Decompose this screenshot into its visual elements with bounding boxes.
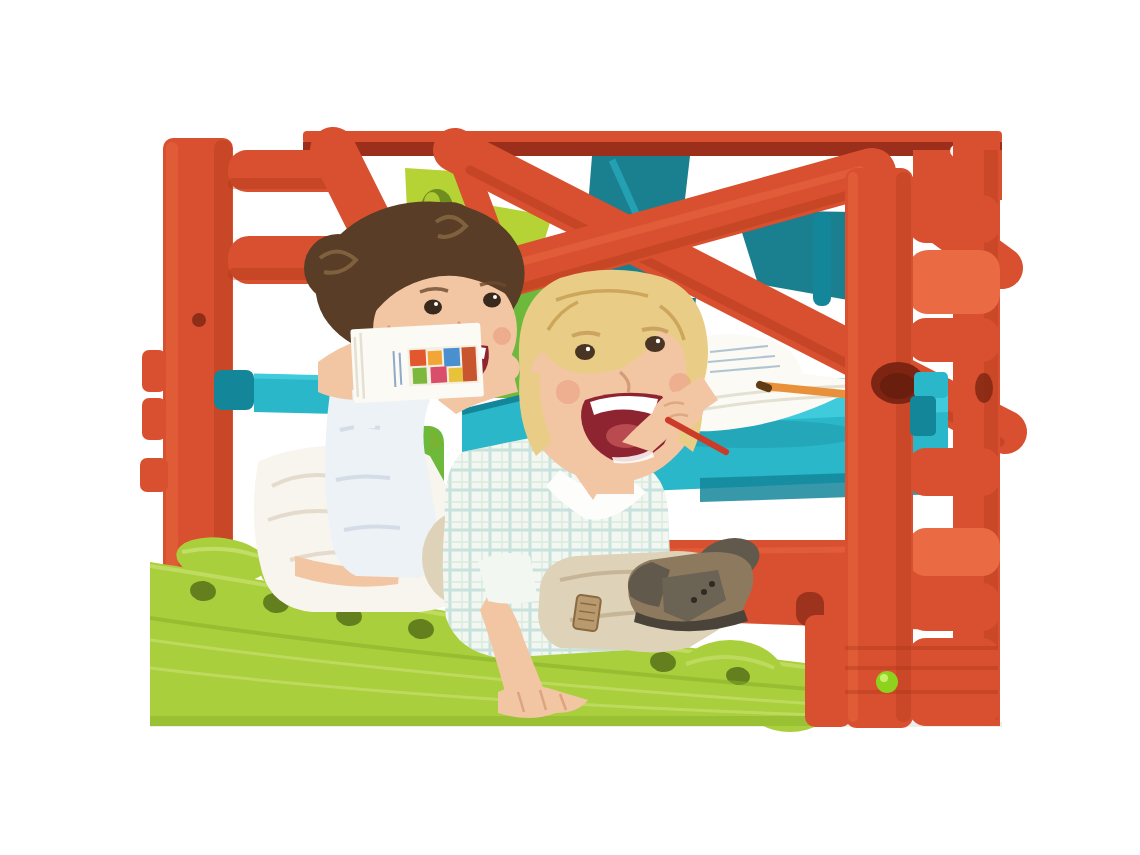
- photo: [0, 0, 1140, 855]
- girl-eye: [483, 293, 501, 308]
- frame-left-post-highlight: [848, 172, 858, 722]
- boy-sleeve: [478, 553, 538, 604]
- illustration-block: [409, 349, 426, 366]
- illustration-block: [428, 351, 443, 366]
- left-post-tab: [142, 350, 166, 392]
- clamp-lower: [910, 396, 936, 436]
- label-tag: [573, 594, 601, 631]
- green-peg: [876, 671, 898, 693]
- girl-eye-glint: [434, 302, 438, 306]
- illustration-block: [461, 347, 477, 382]
- green-peg-highlight: [880, 674, 888, 682]
- frame-rung: [908, 583, 1000, 631]
- clamp-upper: [914, 372, 948, 398]
- left-post-highlight: [166, 142, 178, 622]
- storybook-upright: [350, 323, 484, 404]
- left-post-tab: [142, 398, 166, 440]
- left-post-tab: [140, 458, 168, 492]
- boy-eye: [575, 344, 595, 360]
- frame-rung: [908, 250, 1000, 314]
- frame-rung: [908, 528, 1000, 576]
- boy-shoe-lace: [691, 597, 697, 603]
- frame-left-flange: [805, 615, 851, 727]
- frame-rung: [908, 318, 1000, 362]
- frame-small-hole: [975, 373, 993, 403]
- table-left-clamp: [214, 370, 254, 410]
- girl-eye-glint: [493, 295, 497, 299]
- frame-rung: [908, 195, 1000, 243]
- left-post-hole: [192, 313, 206, 327]
- photo-canvas: [0, 0, 1140, 855]
- boy-shoe-lace: [709, 581, 715, 587]
- orange-pencil-tip: [760, 385, 768, 388]
- illustration-block: [412, 367, 427, 384]
- boy-shoe-lace: [701, 589, 707, 595]
- illustration-block: [430, 366, 447, 383]
- top-beam-shadow: [303, 142, 1002, 156]
- slide-rib: [813, 212, 831, 306]
- girl-hair-bun: [304, 234, 372, 302]
- top-beam: [303, 131, 1002, 156]
- frame-oval-handhole-inner: [880, 373, 916, 399]
- girl-blush: [493, 327, 511, 345]
- frame-left-post-shade: [896, 172, 911, 722]
- storybook-illustration: [407, 345, 479, 387]
- boy-shorts-label: [573, 594, 601, 631]
- girl-eye: [424, 300, 442, 315]
- illustration-block: [448, 368, 463, 383]
- illustration-block: [443, 348, 460, 367]
- boy-eye-glint: [656, 339, 660, 343]
- frame-rung: [908, 448, 1000, 496]
- boy-eye: [645, 336, 665, 352]
- boy-eye-glint: [586, 347, 590, 351]
- ramp-bottom-shade: [150, 716, 845, 726]
- boy-blush: [556, 380, 580, 404]
- girl-tank-top: [325, 384, 437, 578]
- frame-base: [908, 638, 1000, 726]
